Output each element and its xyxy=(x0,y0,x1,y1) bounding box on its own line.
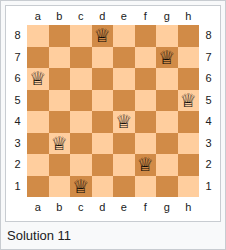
square-h6 xyxy=(178,68,200,90)
square-a1 xyxy=(27,176,49,198)
square-h4 xyxy=(178,111,200,133)
square-g3 xyxy=(156,133,178,155)
square-b2 xyxy=(49,154,71,176)
square-g6 xyxy=(156,68,178,90)
rank-label-left-3: 3 xyxy=(8,133,27,155)
square-b4 xyxy=(49,111,71,133)
white-queen: ♕ xyxy=(137,154,154,176)
square-g1 xyxy=(156,176,178,198)
chessboard: abcdefgh8♕87♕76♕65♕54♕43♕32♕21♕1abcdefgh xyxy=(8,8,218,218)
square-e3 xyxy=(113,133,135,155)
file-label-top-g: g xyxy=(156,8,178,25)
square-f4 xyxy=(135,111,157,133)
square-a3 xyxy=(27,133,49,155)
corner-top-right xyxy=(199,8,218,25)
file-label-bottom-d: d xyxy=(92,197,114,218)
square-d4 xyxy=(92,111,114,133)
rank-label-right-2: 2 xyxy=(199,154,218,176)
square-c5 xyxy=(70,90,92,112)
square-c3 xyxy=(70,133,92,155)
rank-label-left-2: 2 xyxy=(8,154,27,176)
square-a4 xyxy=(27,111,49,133)
figure-thumbnail: abcdefgh8♕87♕76♕65♕54♕43♕32♕21♕1abcdefgh… xyxy=(0,0,226,250)
square-e6 xyxy=(113,68,135,90)
rank-label-right-5: 5 xyxy=(199,90,218,112)
file-label-bottom-h: h xyxy=(178,197,200,218)
square-g2 xyxy=(156,154,178,176)
square-e5 xyxy=(113,90,135,112)
square-g8 xyxy=(156,25,178,47)
square-b1 xyxy=(49,176,71,198)
corner-top-left xyxy=(8,8,27,25)
file-label-top-b: b xyxy=(49,8,71,25)
rank-label-right-6: 6 xyxy=(199,68,218,90)
square-f6 xyxy=(135,68,157,90)
square-a5 xyxy=(27,90,49,112)
file-label-top-c: c xyxy=(70,8,92,25)
square-d7 xyxy=(92,47,114,69)
file-label-bottom-c: c xyxy=(70,197,92,218)
square-b8 xyxy=(49,25,71,47)
square-b5 xyxy=(49,90,71,112)
white-queen: ♕ xyxy=(158,47,175,69)
white-queen: ♕ xyxy=(115,111,132,133)
square-g5 xyxy=(156,90,178,112)
square-e7 xyxy=(113,47,135,69)
rank-label-left-8: 8 xyxy=(8,25,27,47)
square-d5 xyxy=(92,90,114,112)
square-h7 xyxy=(178,47,200,69)
square-h5: ♕ xyxy=(178,90,200,112)
square-c2 xyxy=(70,154,92,176)
square-h8 xyxy=(178,25,200,47)
square-g4 xyxy=(156,111,178,133)
rank-label-right-7: 7 xyxy=(199,47,218,69)
rank-label-right-8: 8 xyxy=(199,25,218,47)
file-label-bottom-a: a xyxy=(27,197,49,218)
square-a8 xyxy=(27,25,49,47)
rank-label-left-1: 1 xyxy=(8,176,27,198)
square-a2 xyxy=(27,154,49,176)
white-queen: ♕ xyxy=(180,90,197,112)
square-c6 xyxy=(70,68,92,90)
file-label-bottom-e: e xyxy=(113,197,135,218)
square-d1 xyxy=(92,176,114,198)
square-e8 xyxy=(113,25,135,47)
square-d6 xyxy=(92,68,114,90)
file-label-top-d: d xyxy=(92,8,114,25)
rank-label-right-1: 1 xyxy=(199,176,218,198)
rank-label-left-4: 4 xyxy=(8,111,27,133)
square-f3 xyxy=(135,133,157,155)
square-f1 xyxy=(135,176,157,198)
rank-label-right-3: 3 xyxy=(199,133,218,155)
square-c1: ♕ xyxy=(70,176,92,198)
file-label-top-e: e xyxy=(113,8,135,25)
corner-bottom-right xyxy=(199,197,218,218)
square-c4 xyxy=(70,111,92,133)
file-label-bottom-b: b xyxy=(49,197,71,218)
white-queen: ♕ xyxy=(94,25,111,47)
square-a7 xyxy=(27,47,49,69)
square-c7 xyxy=(70,47,92,69)
square-e1 xyxy=(113,176,135,198)
square-g7: ♕ xyxy=(156,47,178,69)
rank-label-left-6: 6 xyxy=(8,68,27,90)
white-queen: ♕ xyxy=(51,133,68,155)
file-label-top-f: f xyxy=(135,8,157,25)
square-d3 xyxy=(92,133,114,155)
white-queen: ♕ xyxy=(29,68,46,90)
square-e4: ♕ xyxy=(113,111,135,133)
square-f8 xyxy=(135,25,157,47)
rank-label-left-7: 7 xyxy=(8,47,27,69)
chessboard-image[interactable]: abcdefgh8♕87♕76♕65♕54♕43♕32♕21♕1abcdefgh xyxy=(5,5,221,222)
file-label-bottom-g: g xyxy=(156,197,178,218)
file-label-top-a: a xyxy=(27,8,49,25)
white-queen: ♕ xyxy=(72,176,89,198)
corner-bottom-left xyxy=(8,197,27,218)
rank-label-left-5: 5 xyxy=(8,90,27,112)
square-d8: ♕ xyxy=(92,25,114,47)
square-c8 xyxy=(70,25,92,47)
square-f7 xyxy=(135,47,157,69)
square-h2 xyxy=(178,154,200,176)
square-b6 xyxy=(49,68,71,90)
rank-label-right-4: 4 xyxy=(199,111,218,133)
square-d2 xyxy=(92,154,114,176)
square-f2: ♕ xyxy=(135,154,157,176)
square-a6: ♕ xyxy=(27,68,49,90)
square-h3 xyxy=(178,133,200,155)
square-b7 xyxy=(49,47,71,69)
figure-caption: Solution 11 xyxy=(5,222,221,243)
square-f5 xyxy=(135,90,157,112)
square-h1 xyxy=(178,176,200,198)
file-label-top-h: h xyxy=(178,8,200,25)
square-e2 xyxy=(113,154,135,176)
file-label-bottom-f: f xyxy=(135,197,157,218)
square-b3: ♕ xyxy=(49,133,71,155)
